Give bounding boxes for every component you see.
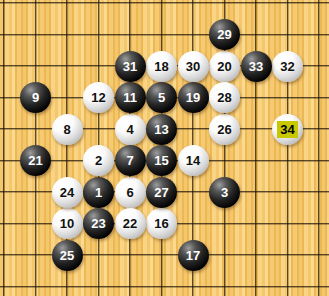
stone-black-move-27: 27 [146,177,177,208]
move-number: 25 [59,249,75,262]
move-number: 19 [185,91,201,104]
stone-white-move-24: 24 [52,177,83,208]
stone-black-move-29: 29 [209,19,240,50]
move-number: 10 [59,217,75,230]
stone-white-move-8: 8 [52,114,83,145]
stone-black-move-3: 3 [209,177,240,208]
move-number: 15 [153,154,169,167]
stone-white-move-30: 30 [178,51,209,82]
move-number: 14 [185,154,201,167]
move-number: 13 [153,123,169,136]
stone-white-move-10: 10 [52,208,83,239]
stone-white-move-14: 14 [178,145,209,176]
stone-black-move-19: 19 [178,82,209,113]
stone-black-move-1: 1 [83,177,114,208]
stone-black-move-21: 21 [20,145,51,176]
stone-white-move-18: 18 [146,51,177,82]
stone-black-move-13: 13 [146,114,177,145]
move-number: 8 [62,123,71,136]
stone-black-move-33: 33 [241,51,272,82]
move-number: 33 [248,60,264,73]
move-number: 6 [125,186,134,199]
move-number: 20 [216,60,232,73]
move-number: 7 [125,154,134,167]
stone-white-move-28: 28 [209,82,240,113]
stones-layer: 1234567891011121314151617181920212223242… [0,0,329,296]
stone-black-move-9: 9 [20,82,51,113]
move-number: 22 [122,217,138,230]
move-number: 2 [94,154,103,167]
stone-black-move-7: 7 [115,145,146,176]
stone-white-move-20: 20 [209,51,240,82]
move-number: 24 [59,186,75,199]
move-number: 1 [94,186,103,199]
move-number: 27 [153,186,169,199]
move-number: 31 [122,60,138,73]
stone-white-move-26: 26 [209,114,240,145]
stone-white-move-34: 34 [272,114,303,145]
move-number: 16 [153,217,169,230]
stone-black-move-25: 25 [52,240,83,271]
stone-black-move-31: 31 [115,51,146,82]
move-number: 29 [216,28,232,41]
move-number: 21 [27,154,43,167]
stone-white-move-6: 6 [115,177,146,208]
move-number: 26 [216,123,232,136]
move-number: 12 [90,91,106,104]
stone-black-move-11: 11 [115,82,146,113]
move-number: 9 [31,91,40,104]
move-number: 3 [220,186,229,199]
move-number: 32 [279,60,295,73]
last-move-number: 34 [277,121,297,138]
move-number: 23 [90,217,106,230]
stone-white-move-4: 4 [115,114,146,145]
game-window: 1234567891011121314151617181920212223242… [0,0,329,296]
move-number: 18 [153,60,169,73]
gomoku-board[interactable]: 1234567891011121314151617181920212223242… [0,0,329,296]
stone-black-move-5: 5 [146,82,177,113]
stone-white-move-32: 32 [272,51,303,82]
move-number: 5 [157,91,166,104]
move-number: 17 [185,249,201,262]
move-number: 11 [122,91,138,104]
move-number: 28 [216,91,232,104]
move-number: 30 [185,60,201,73]
stone-black-move-23: 23 [83,208,114,239]
stone-white-move-2: 2 [83,145,114,176]
stone-black-move-17: 17 [178,240,209,271]
move-number: 4 [125,123,134,136]
stone-black-move-15: 15 [146,145,177,176]
stone-white-move-12: 12 [83,82,114,113]
stone-white-move-16: 16 [146,208,177,239]
stone-white-move-22: 22 [115,208,146,239]
